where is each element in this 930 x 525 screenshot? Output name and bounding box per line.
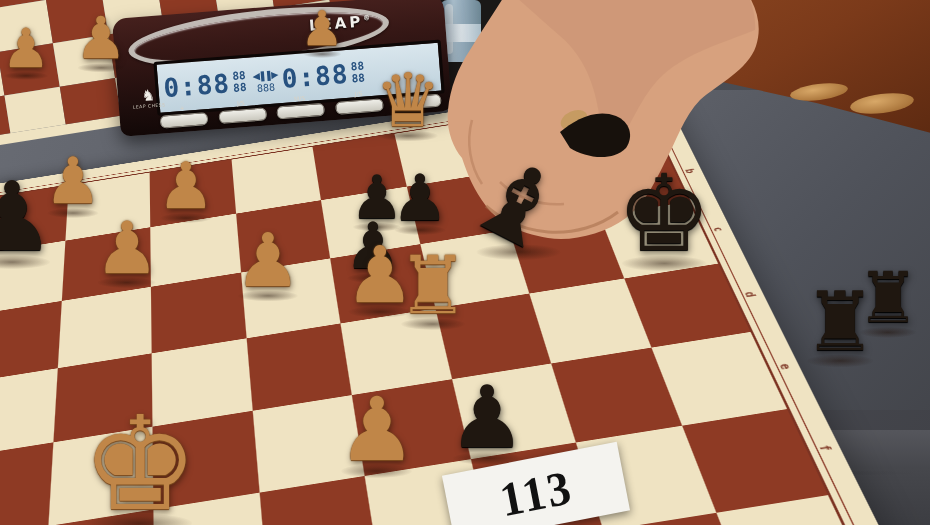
captured-black-pawn-on-table-piece[interactable]: ♟ xyxy=(0,172,55,263)
black-rook-f7-piece[interactable]: ♜ xyxy=(803,283,877,361)
white-pawn-icon: ♟ xyxy=(157,156,214,217)
black-bishop-icon: ♝ xyxy=(454,139,582,269)
neighbor-board-pawn-2-piece[interactable]: ♟ xyxy=(75,11,127,66)
left-time-display: 0:88 xyxy=(162,68,231,103)
white-pawn-b3-piece[interactable]: ♟ xyxy=(157,156,214,217)
clock-center-indicators: ◀❚❚▶ 888 xyxy=(252,67,279,94)
white-pawn-c4-piece[interactable]: ♟ xyxy=(235,225,301,295)
black-pawn-icon: ♟ xyxy=(448,377,525,459)
clock-knight-logo: ♞ LEAP CHESS xyxy=(131,87,165,110)
clock-button-1-+[interactable] xyxy=(160,112,209,129)
white-pawn-icon: ♟ xyxy=(95,214,160,282)
white-pawn-icon: ♟ xyxy=(75,11,127,66)
white-pawn-icon: ♟ xyxy=(2,23,50,74)
white-pawn-c2-piece[interactable]: ♟ xyxy=(95,214,160,282)
neighbor-board-pawn-1-piece[interactable]: ♟ xyxy=(2,23,50,74)
black-king-icon: ♚ xyxy=(616,164,711,265)
white-rook-e5-piece[interactable]: ♜ xyxy=(397,248,469,324)
black-bishop-held-d6-piece[interactable]: ♝ xyxy=(471,155,564,254)
registered-mark: ® xyxy=(363,14,371,23)
black-pawn-g4-piece[interactable]: ♟ xyxy=(448,377,525,459)
clock-button-2-JS[interactable] xyxy=(218,107,267,124)
right-time-small-digits: 8888 xyxy=(350,60,365,85)
bottle-label xyxy=(441,24,481,42)
white-rook-icon: ♜ xyxy=(397,248,469,324)
left-time-small-digits: 8888 xyxy=(232,70,247,95)
neighbor-square xyxy=(4,87,66,139)
white-king-h1-piece[interactable]: ♚ xyxy=(82,403,199,525)
square-e1[interactable] xyxy=(0,442,53,525)
black-king-d8-piece[interactable]: ♚ xyxy=(616,164,711,265)
white-queen-icon: ♛ xyxy=(375,65,441,135)
white-pawn-g3-piece[interactable]: ♟ xyxy=(338,388,417,472)
neighbor-board-pawn-3-piece[interactable]: ♟ xyxy=(300,6,343,52)
white-queen-a6-piece[interactable]: ♛ xyxy=(375,65,441,135)
board-number: 113 xyxy=(495,459,577,525)
white-pawn-icon: ♟ xyxy=(338,388,417,472)
white-king-icon: ♚ xyxy=(82,403,199,525)
black-rook-icon: ♜ xyxy=(803,283,877,361)
right-time-display: 0:88 xyxy=(281,59,350,94)
white-pawn-icon: ♟ xyxy=(300,6,343,52)
white-pawn-icon: ♟ xyxy=(235,225,301,295)
clock-button-3-MS[interactable] xyxy=(276,103,325,120)
neighbor-square xyxy=(60,78,122,130)
black-pawn-icon: ♟ xyxy=(0,172,55,263)
tournament-photo-scene: 12345678 abcdefgh abcdefgh ♛♟♟♟♟♟♟♟♟♜♝♚♜… xyxy=(0,0,930,525)
